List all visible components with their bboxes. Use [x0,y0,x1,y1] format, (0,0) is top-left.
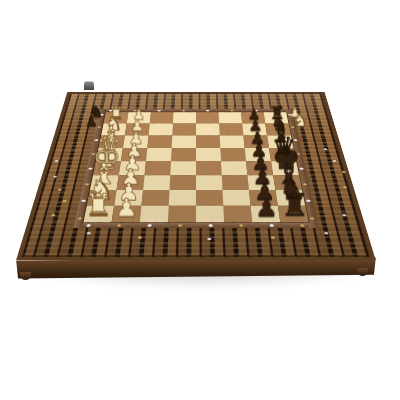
white-rook-piece[interactable]: ♜ [78,190,118,221]
chess-set-photo: ♜♟♟♜♞♟♟♞♝♟♟♝♛♟♟♛♚♟♟♚♝♟♟♝♞♟♟♞♜♟♟♜ ♞♟♟♞ [0,0,400,400]
black-rook-piece[interactable]: ♜ [274,190,314,221]
square-h8[interactable]: ♜ [278,206,309,223]
chess-board: ♜♟♟♜♞♟♟♞♝♟♟♝♛♟♟♛♚♟♟♚♝♟♟♝♞♟♟♞♜♟♟♜ ♞♟♟♞ [16,92,376,260]
clasp-icon [84,81,94,90]
square-h1[interactable]: ♜ [83,206,114,223]
border-display-pieces: ♞♟♟♞ [16,91,376,259]
